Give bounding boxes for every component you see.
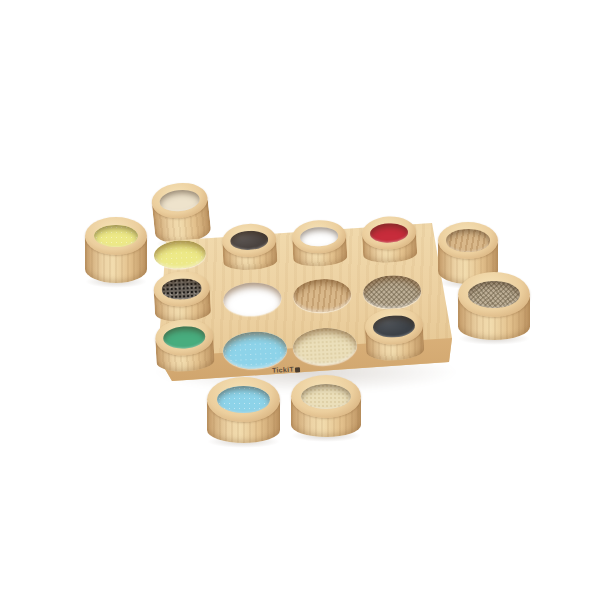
cup-rim bbox=[458, 272, 530, 317]
piece-cup-green bbox=[154, 318, 215, 373]
cup-body bbox=[207, 400, 280, 443]
sensory-board: TickiT bbox=[152, 218, 460, 388]
board-cell-r1c3 bbox=[284, 222, 356, 272]
board-cell-r3c4 bbox=[358, 315, 431, 371]
piece-cup-red bbox=[361, 215, 417, 264]
cup-texture-burlap bbox=[468, 281, 520, 308]
board-cell-r1c4 bbox=[353, 219, 425, 269]
piece-cup-speckle bbox=[153, 270, 212, 323]
board-grid bbox=[144, 219, 431, 365]
board-cell-r3c2 bbox=[219, 322, 292, 378]
texture-disc-ridged-wood bbox=[292, 277, 352, 313]
cup-body bbox=[85, 236, 147, 283]
piece-cup-burlap bbox=[458, 272, 530, 340]
cup-drop-shadow bbox=[207, 435, 280, 448]
texture-disc-cream bbox=[292, 326, 358, 366]
cup-drop-shadow bbox=[291, 429, 361, 442]
cup-texture-red bbox=[369, 222, 409, 244]
cup-body bbox=[291, 397, 361, 437]
board-cell-r3c3 bbox=[289, 318, 362, 374]
cup-texture-charcoal bbox=[229, 229, 269, 251]
cup-texture-speckle bbox=[161, 277, 202, 300]
board-cell-r2c2 bbox=[216, 272, 289, 326]
texture-disc-yellow bbox=[153, 239, 206, 270]
board-cell-r2c3 bbox=[286, 268, 359, 322]
cup-texture-slate bbox=[373, 315, 416, 339]
cup-rim bbox=[85, 217, 147, 255]
cup-drop-shadow bbox=[85, 275, 147, 288]
texture-disc-sky-blue bbox=[222, 330, 288, 370]
piece-cup-slate bbox=[364, 307, 425, 362]
piece-cup-yellow bbox=[85, 217, 147, 283]
board-cell-r3c1 bbox=[149, 326, 222, 382]
product-photo-scene: TickiT bbox=[0, 0, 600, 600]
texture-disc-white bbox=[222, 281, 282, 317]
piece-cup-charcoal bbox=[221, 223, 277, 272]
cup-texture-yellow bbox=[94, 225, 139, 248]
cup-texture-green bbox=[163, 326, 206, 350]
cup-drop-shadow bbox=[458, 332, 530, 345]
cup-texture-pale-wood bbox=[159, 188, 201, 213]
cup-texture-white bbox=[299, 226, 339, 248]
texture-disc-burlap bbox=[362, 274, 422, 310]
piece-cup-white bbox=[291, 219, 347, 268]
board-cell-r1c2 bbox=[214, 226, 286, 276]
cup-body bbox=[458, 295, 530, 340]
